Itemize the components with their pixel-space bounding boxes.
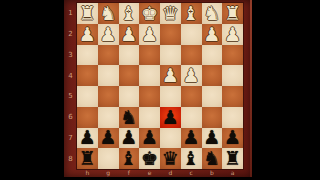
square-c7[interactable]: ♟ bbox=[181, 128, 202, 149]
rank-label-6: 6 bbox=[64, 107, 77, 128]
square-a3[interactable] bbox=[222, 45, 243, 66]
square-g7[interactable]: ♟ bbox=[98, 128, 119, 149]
square-e1[interactable]: ♚ bbox=[139, 3, 160, 24]
square-a8[interactable]: ♜ bbox=[222, 148, 243, 169]
white-pawn: ♟ bbox=[203, 25, 220, 44]
white-queen: ♛ bbox=[162, 4, 179, 23]
square-e2[interactable]: ♟ bbox=[139, 24, 160, 45]
white-rook: ♜ bbox=[79, 4, 96, 23]
square-d6[interactable]: ♟ bbox=[160, 107, 181, 128]
black-rook: ♜ bbox=[224, 149, 241, 168]
square-h5[interactable] bbox=[77, 86, 98, 107]
square-h1[interactable]: ♜ bbox=[77, 3, 98, 24]
black-knight: ♞ bbox=[203, 149, 220, 168]
black-pawn: ♟ bbox=[203, 128, 220, 147]
square-b6[interactable] bbox=[202, 107, 223, 128]
square-d1[interactable]: ♛ bbox=[160, 3, 181, 24]
square-g4[interactable] bbox=[98, 65, 119, 86]
square-a5[interactable] bbox=[222, 86, 243, 107]
black-pawn: ♟ bbox=[100, 128, 117, 147]
black-knight: ♞ bbox=[120, 108, 137, 127]
file-label-g: g bbox=[98, 169, 119, 177]
letterboxed-video-frame: 12345678 hgfedcba ♜♞♝♚♛♝♞♜♟♟♟♟♟♟♟♟♞♟♟♟♟♟… bbox=[0, 0, 320, 180]
rank-label-2: 2 bbox=[64, 24, 77, 45]
square-b3[interactable] bbox=[202, 45, 223, 66]
square-b5[interactable] bbox=[202, 86, 223, 107]
black-pawn: ♟ bbox=[224, 128, 241, 147]
file-label-a: a bbox=[222, 169, 243, 177]
square-b7[interactable]: ♟ bbox=[202, 128, 223, 149]
square-g2[interactable]: ♟ bbox=[98, 24, 119, 45]
square-c1[interactable]: ♝ bbox=[181, 3, 202, 24]
rank-labels: 12345678 bbox=[64, 3, 77, 169]
chessboard-frame: 12345678 hgfedcba ♜♞♝♚♛♝♞♜♟♟♟♟♟♟♟♟♞♟♟♟♟♟… bbox=[64, 0, 252, 177]
square-d2[interactable] bbox=[160, 24, 181, 45]
rank-label-3: 3 bbox=[64, 45, 77, 66]
square-h3[interactable] bbox=[77, 45, 98, 66]
square-g3[interactable] bbox=[98, 45, 119, 66]
black-bishop: ♝ bbox=[120, 149, 137, 168]
square-c2[interactable] bbox=[181, 24, 202, 45]
square-f2[interactable]: ♟ bbox=[119, 24, 140, 45]
black-pawn: ♟ bbox=[141, 128, 158, 147]
black-pawn: ♟ bbox=[183, 128, 200, 147]
rank-label-1: 1 bbox=[64, 3, 77, 24]
rank-label-5: 5 bbox=[64, 86, 77, 107]
rank-label-4: 4 bbox=[64, 65, 77, 86]
black-bishop: ♝ bbox=[183, 149, 200, 168]
square-e5[interactable] bbox=[139, 86, 160, 107]
square-h7[interactable]: ♟ bbox=[77, 128, 98, 149]
black-king: ♚ bbox=[141, 149, 158, 168]
white-pawn: ♟ bbox=[183, 66, 200, 85]
square-e7[interactable]: ♟ bbox=[139, 128, 160, 149]
square-d4[interactable]: ♟ bbox=[160, 65, 181, 86]
square-f6[interactable]: ♞ bbox=[119, 107, 140, 128]
square-b2[interactable]: ♟ bbox=[202, 24, 223, 45]
square-g6[interactable] bbox=[98, 107, 119, 128]
rank-label-8: 8 bbox=[64, 148, 77, 169]
square-g5[interactable] bbox=[98, 86, 119, 107]
square-f3[interactable] bbox=[119, 45, 140, 66]
square-f4[interactable] bbox=[119, 65, 140, 86]
square-f8[interactable]: ♝ bbox=[119, 148, 140, 169]
square-c8[interactable]: ♝ bbox=[181, 148, 202, 169]
white-pawn: ♟ bbox=[79, 25, 96, 44]
white-pawn: ♟ bbox=[120, 25, 137, 44]
white-pawn: ♟ bbox=[224, 25, 241, 44]
file-label-e: e bbox=[139, 169, 160, 177]
square-d7[interactable] bbox=[160, 128, 181, 149]
square-f1[interactable]: ♝ bbox=[119, 3, 140, 24]
square-d3[interactable] bbox=[160, 45, 181, 66]
square-a2[interactable]: ♟ bbox=[222, 24, 243, 45]
white-knight: ♞ bbox=[100, 4, 117, 23]
square-a1[interactable]: ♜ bbox=[222, 3, 243, 24]
square-c4[interactable]: ♟ bbox=[181, 65, 202, 86]
square-e8[interactable]: ♚ bbox=[139, 148, 160, 169]
square-c5[interactable] bbox=[181, 86, 202, 107]
file-label-d: d bbox=[160, 169, 181, 177]
white-king: ♚ bbox=[141, 4, 158, 23]
square-e3[interactable] bbox=[139, 45, 160, 66]
square-f5[interactable] bbox=[119, 86, 140, 107]
white-bishop: ♝ bbox=[183, 4, 200, 23]
white-pawn: ♟ bbox=[100, 25, 117, 44]
square-f7[interactable]: ♟ bbox=[119, 128, 140, 149]
file-label-c: c bbox=[181, 169, 202, 177]
rank-label-7: 7 bbox=[64, 128, 77, 149]
square-h6[interactable] bbox=[77, 107, 98, 128]
file-labels: hgfedcba bbox=[77, 169, 243, 177]
white-pawn: ♟ bbox=[162, 66, 179, 85]
file-label-b: b bbox=[202, 169, 223, 177]
square-h2[interactable]: ♟ bbox=[77, 24, 98, 45]
file-label-f: f bbox=[119, 169, 140, 177]
black-rook: ♜ bbox=[79, 149, 96, 168]
square-d5[interactable] bbox=[160, 86, 181, 107]
square-b1[interactable]: ♞ bbox=[202, 3, 223, 24]
square-a7[interactable]: ♟ bbox=[222, 128, 243, 149]
file-label-h: h bbox=[77, 169, 98, 177]
square-c6[interactable] bbox=[181, 107, 202, 128]
square-g8[interactable] bbox=[98, 148, 119, 169]
board-grid: ♜♞♝♚♛♝♞♜♟♟♟♟♟♟♟♟♞♟♟♟♟♟♟♟♟♜♝♚♛♝♞♜ bbox=[77, 3, 243, 169]
black-pawn: ♟ bbox=[162, 108, 179, 127]
square-h8[interactable]: ♜ bbox=[77, 148, 98, 169]
square-a6[interactable] bbox=[222, 107, 243, 128]
square-a4[interactable] bbox=[222, 65, 243, 86]
square-e4[interactable] bbox=[139, 65, 160, 86]
square-g1[interactable]: ♞ bbox=[98, 3, 119, 24]
white-pawn: ♟ bbox=[141, 25, 158, 44]
white-rook: ♜ bbox=[224, 4, 241, 23]
square-e6[interactable] bbox=[139, 107, 160, 128]
black-pawn: ♟ bbox=[120, 128, 137, 147]
square-d8[interactable]: ♛ bbox=[160, 148, 181, 169]
white-knight: ♞ bbox=[203, 4, 220, 23]
black-pawn: ♟ bbox=[79, 128, 96, 147]
square-c3[interactable] bbox=[181, 45, 202, 66]
square-b4[interactable] bbox=[202, 65, 223, 86]
square-b8[interactable]: ♞ bbox=[202, 148, 223, 169]
square-h4[interactable] bbox=[77, 65, 98, 86]
white-bishop: ♝ bbox=[120, 4, 137, 23]
black-queen: ♛ bbox=[162, 149, 179, 168]
